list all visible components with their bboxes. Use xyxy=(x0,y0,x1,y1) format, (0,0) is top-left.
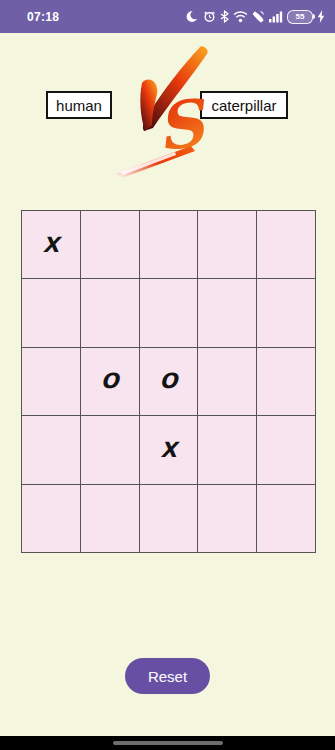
alarm-icon xyxy=(203,10,216,23)
board-cell-empty[interactable] xyxy=(257,211,315,278)
board-cell-piece-x[interactable]: X xyxy=(140,416,198,483)
board-cell-piece-o[interactable]: O xyxy=(81,348,139,415)
gesture-pill-icon[interactable] xyxy=(113,741,223,745)
board-cell-piece-x[interactable]: X xyxy=(22,211,80,278)
board-cell-empty[interactable] xyxy=(140,485,198,552)
reset-button[interactable]: Reset xyxy=(125,658,210,694)
player-left-label: human xyxy=(46,91,112,119)
moon-icon xyxy=(186,10,199,23)
signal-icon xyxy=(269,10,283,23)
call-icon xyxy=(252,10,265,23)
board-cell-empty[interactable] xyxy=(81,279,139,346)
status-bar: 07:18 55 xyxy=(0,0,335,33)
board-cell-empty[interactable] xyxy=(198,416,256,483)
vs-graphic: S xyxy=(113,46,225,184)
board-cell-empty[interactable] xyxy=(198,211,256,278)
board-cell-empty[interactable] xyxy=(22,416,80,483)
board-cell-empty[interactable] xyxy=(257,348,315,415)
board-cell-empty[interactable] xyxy=(22,279,80,346)
board-cell-empty[interactable] xyxy=(257,416,315,483)
board-cell-empty[interactable] xyxy=(257,485,315,552)
board-cell-empty[interactable] xyxy=(198,348,256,415)
charging-icon xyxy=(317,10,325,23)
clock: 07:18 xyxy=(27,10,59,24)
board-cell-empty[interactable] xyxy=(198,485,256,552)
board-cell-empty[interactable] xyxy=(22,485,80,552)
board-cell-empty[interactable] xyxy=(140,211,198,278)
board-cell-empty[interactable] xyxy=(81,485,139,552)
app-screen: 07:18 55 human caterpillar xyxy=(0,0,335,750)
navigation-bar xyxy=(0,736,335,750)
board-cell-piece-o[interactable]: O xyxy=(140,348,198,415)
board-cell-empty[interactable] xyxy=(81,211,139,278)
board-cell-empty[interactable] xyxy=(140,279,198,346)
wifi-icon xyxy=(233,10,248,23)
board-cell-empty[interactable] xyxy=(198,279,256,346)
status-icons: 55 xyxy=(186,10,325,24)
board-cell-empty[interactable] xyxy=(22,348,80,415)
bluetooth-icon xyxy=(220,10,229,23)
board-cell-empty[interactable] xyxy=(257,279,315,346)
battery-icon: 55 xyxy=(287,10,313,24)
game-board: XOOX xyxy=(21,210,316,553)
battery-level: 55 xyxy=(296,12,305,21)
board-cell-empty[interactable] xyxy=(81,416,139,483)
